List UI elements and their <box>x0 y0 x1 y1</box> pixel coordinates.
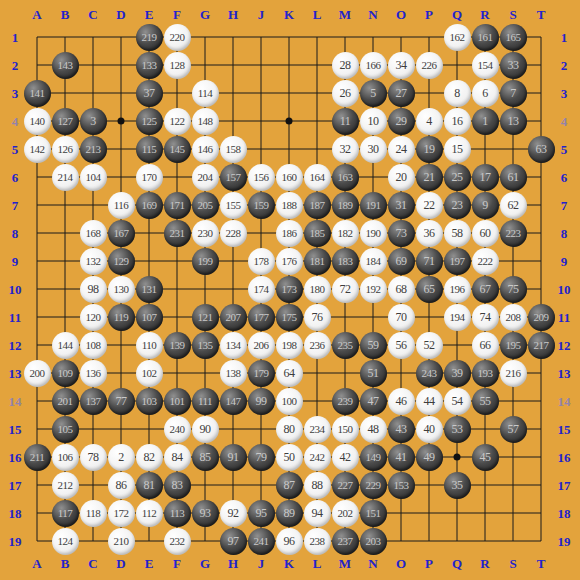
intersection-G3[interactable]: 114 <box>191 79 219 107</box>
intersection-T12[interactable]: 217 <box>527 331 555 359</box>
intersection-R15[interactable] <box>471 415 499 443</box>
intersection-E11[interactable]: 107 <box>135 303 163 331</box>
intersection-E18[interactable]: 112 <box>135 499 163 527</box>
intersection-G4[interactable]: 148 <box>191 107 219 135</box>
intersection-G9[interactable]: 199 <box>191 247 219 275</box>
intersection-N16[interactable]: 149 <box>359 443 387 471</box>
intersection-D18[interactable]: 172 <box>107 499 135 527</box>
intersection-Q3[interactable]: 8 <box>443 79 471 107</box>
intersection-R8[interactable]: 60 <box>471 219 499 247</box>
intersection-S19[interactable] <box>499 527 527 555</box>
intersection-A5[interactable]: 142 <box>23 135 51 163</box>
intersection-Q15[interactable]: 53 <box>443 415 471 443</box>
intersection-F5[interactable]: 145 <box>163 135 191 163</box>
intersection-S18[interactable] <box>499 499 527 527</box>
intersection-S10[interactable]: 75 <box>499 275 527 303</box>
intersection-G6[interactable]: 204 <box>191 163 219 191</box>
intersection-C7[interactable] <box>79 191 107 219</box>
intersection-P2[interactable]: 226 <box>415 51 443 79</box>
intersection-E3[interactable]: 37 <box>135 79 163 107</box>
intersection-H10[interactable] <box>219 275 247 303</box>
intersection-C18[interactable]: 118 <box>79 499 107 527</box>
intersection-T15[interactable] <box>527 415 555 443</box>
intersection-F15[interactable]: 240 <box>163 415 191 443</box>
intersection-L2[interactable] <box>303 51 331 79</box>
intersection-H12[interactable]: 134 <box>219 331 247 359</box>
intersection-R7[interactable]: 9 <box>471 191 499 219</box>
intersection-H13[interactable]: 138 <box>219 359 247 387</box>
intersection-K19[interactable]: 96 <box>275 527 303 555</box>
intersection-S7[interactable]: 62 <box>499 191 527 219</box>
intersection-E19[interactable] <box>135 527 163 555</box>
intersection-H7[interactable]: 155 <box>219 191 247 219</box>
intersection-A17[interactable] <box>23 471 51 499</box>
intersection-L5[interactable] <box>303 135 331 163</box>
intersection-Q9[interactable]: 197 <box>443 247 471 275</box>
intersection-M8[interactable]: 182 <box>331 219 359 247</box>
intersection-D16[interactable]: 2 <box>107 443 135 471</box>
intersection-H11[interactable]: 207 <box>219 303 247 331</box>
intersection-C3[interactable] <box>79 79 107 107</box>
intersection-A8[interactable] <box>23 219 51 247</box>
intersection-P11[interactable] <box>415 303 443 331</box>
intersection-E6[interactable]: 170 <box>135 163 163 191</box>
intersection-O10[interactable]: 68 <box>387 275 415 303</box>
intersection-C11[interactable]: 120 <box>79 303 107 331</box>
intersection-D5[interactable] <box>107 135 135 163</box>
intersection-T1[interactable] <box>527 23 555 51</box>
intersection-K12[interactable]: 198 <box>275 331 303 359</box>
intersection-P4[interactable]: 4 <box>415 107 443 135</box>
intersection-K2[interactable] <box>275 51 303 79</box>
intersection-B9[interactable] <box>51 247 79 275</box>
intersection-E4[interactable]: 125 <box>135 107 163 135</box>
intersection-D4[interactable] <box>107 107 135 135</box>
intersection-E9[interactable] <box>135 247 163 275</box>
intersection-O19[interactable] <box>387 527 415 555</box>
intersection-P7[interactable]: 22 <box>415 191 443 219</box>
intersection-C6[interactable]: 104 <box>79 163 107 191</box>
intersection-J1[interactable] <box>247 23 275 51</box>
intersection-R5[interactable] <box>471 135 499 163</box>
intersection-C12[interactable]: 108 <box>79 331 107 359</box>
intersection-K15[interactable]: 80 <box>275 415 303 443</box>
intersection-A2[interactable] <box>23 51 51 79</box>
intersection-B15[interactable]: 105 <box>51 415 79 443</box>
intersection-D19[interactable]: 210 <box>107 527 135 555</box>
intersection-P16[interactable]: 49 <box>415 443 443 471</box>
intersection-D17[interactable]: 86 <box>107 471 135 499</box>
intersection-M2[interactable]: 28 <box>331 51 359 79</box>
intersection-M19[interactable]: 237 <box>331 527 359 555</box>
intersection-S13[interactable]: 216 <box>499 359 527 387</box>
intersection-D6[interactable] <box>107 163 135 191</box>
intersection-E14[interactable]: 103 <box>135 387 163 415</box>
intersection-B3[interactable] <box>51 79 79 107</box>
intersection-O12[interactable]: 56 <box>387 331 415 359</box>
intersection-K13[interactable]: 64 <box>275 359 303 387</box>
intersection-N12[interactable]: 59 <box>359 331 387 359</box>
intersection-A18[interactable] <box>23 499 51 527</box>
intersection-H2[interactable] <box>219 51 247 79</box>
intersection-T17[interactable] <box>527 471 555 499</box>
intersection-F3[interactable] <box>163 79 191 107</box>
intersection-O18[interactable] <box>387 499 415 527</box>
intersection-C4[interactable]: 3 <box>79 107 107 135</box>
intersection-L8[interactable]: 185 <box>303 219 331 247</box>
intersection-B7[interactable] <box>51 191 79 219</box>
intersection-N8[interactable]: 190 <box>359 219 387 247</box>
intersection-M13[interactable] <box>331 359 359 387</box>
intersection-L9[interactable]: 181 <box>303 247 331 275</box>
intersection-H14[interactable]: 147 <box>219 387 247 415</box>
intersection-L6[interactable]: 164 <box>303 163 331 191</box>
intersection-B2[interactable]: 143 <box>51 51 79 79</box>
intersection-F19[interactable]: 232 <box>163 527 191 555</box>
intersection-O2[interactable]: 34 <box>387 51 415 79</box>
intersection-M7[interactable]: 189 <box>331 191 359 219</box>
intersection-B13[interactable]: 109 <box>51 359 79 387</box>
intersection-S17[interactable] <box>499 471 527 499</box>
intersection-T9[interactable] <box>527 247 555 275</box>
intersection-T4[interactable] <box>527 107 555 135</box>
intersection-J2[interactable] <box>247 51 275 79</box>
intersection-B1[interactable] <box>51 23 79 51</box>
intersection-F17[interactable]: 83 <box>163 471 191 499</box>
intersection-D10[interactable]: 130 <box>107 275 135 303</box>
intersection-D7[interactable]: 116 <box>107 191 135 219</box>
intersection-P6[interactable]: 21 <box>415 163 443 191</box>
intersection-O7[interactable]: 31 <box>387 191 415 219</box>
intersection-G19[interactable] <box>191 527 219 555</box>
intersection-O1[interactable] <box>387 23 415 51</box>
intersection-R10[interactable]: 67 <box>471 275 499 303</box>
intersection-P14[interactable]: 44 <box>415 387 443 415</box>
intersection-P19[interactable] <box>415 527 443 555</box>
intersection-L19[interactable]: 238 <box>303 527 331 555</box>
intersection-S16[interactable] <box>499 443 527 471</box>
intersection-L12[interactable]: 236 <box>303 331 331 359</box>
intersection-L13[interactable] <box>303 359 331 387</box>
intersection-J9[interactable]: 178 <box>247 247 275 275</box>
intersection-T13[interactable] <box>527 359 555 387</box>
intersection-E15[interactable] <box>135 415 163 443</box>
intersection-H5[interactable]: 158 <box>219 135 247 163</box>
intersection-R2[interactable]: 154 <box>471 51 499 79</box>
intersection-H1[interactable] <box>219 23 247 51</box>
intersection-K17[interactable]: 87 <box>275 471 303 499</box>
intersection-N14[interactable]: 47 <box>359 387 387 415</box>
intersection-A3[interactable]: 141 <box>23 79 51 107</box>
intersection-H8[interactable]: 228 <box>219 219 247 247</box>
intersection-K11[interactable]: 175 <box>275 303 303 331</box>
intersection-F6[interactable] <box>163 163 191 191</box>
intersection-O13[interactable] <box>387 359 415 387</box>
intersection-O4[interactable]: 29 <box>387 107 415 135</box>
intersection-H16[interactable]: 91 <box>219 443 247 471</box>
intersection-P17[interactable] <box>415 471 443 499</box>
intersection-B5[interactable]: 126 <box>51 135 79 163</box>
intersection-G12[interactable]: 135 <box>191 331 219 359</box>
intersection-O3[interactable]: 27 <box>387 79 415 107</box>
intersection-R1[interactable]: 161 <box>471 23 499 51</box>
intersection-M9[interactable]: 183 <box>331 247 359 275</box>
intersection-T14[interactable] <box>527 387 555 415</box>
intersection-P9[interactable]: 71 <box>415 247 443 275</box>
intersection-R3[interactable]: 6 <box>471 79 499 107</box>
intersection-P10[interactable]: 65 <box>415 275 443 303</box>
intersection-F7[interactable]: 171 <box>163 191 191 219</box>
intersection-L1[interactable] <box>303 23 331 51</box>
intersection-G17[interactable] <box>191 471 219 499</box>
intersection-Q18[interactable] <box>443 499 471 527</box>
intersection-S11[interactable]: 208 <box>499 303 527 331</box>
intersection-O9[interactable]: 69 <box>387 247 415 275</box>
intersection-P12[interactable]: 52 <box>415 331 443 359</box>
intersection-Q11[interactable]: 194 <box>443 303 471 331</box>
intersection-J6[interactable]: 156 <box>247 163 275 191</box>
intersection-Q16[interactable] <box>443 443 471 471</box>
intersection-K14[interactable]: 100 <box>275 387 303 415</box>
intersection-R19[interactable] <box>471 527 499 555</box>
intersection-C13[interactable]: 136 <box>79 359 107 387</box>
intersection-A6[interactable] <box>23 163 51 191</box>
intersection-N1[interactable] <box>359 23 387 51</box>
intersection-S1[interactable]: 165 <box>499 23 527 51</box>
intersection-E16[interactable]: 82 <box>135 443 163 471</box>
intersection-K8[interactable]: 186 <box>275 219 303 247</box>
intersection-D15[interactable] <box>107 415 135 443</box>
intersection-L16[interactable]: 242 <box>303 443 331 471</box>
intersection-K18[interactable]: 89 <box>275 499 303 527</box>
intersection-B17[interactable]: 212 <box>51 471 79 499</box>
intersection-J7[interactable]: 159 <box>247 191 275 219</box>
intersection-T3[interactable] <box>527 79 555 107</box>
intersection-Q2[interactable] <box>443 51 471 79</box>
intersection-K9[interactable]: 176 <box>275 247 303 275</box>
intersection-Q12[interactable] <box>443 331 471 359</box>
intersection-S3[interactable]: 7 <box>499 79 527 107</box>
intersection-N11[interactable] <box>359 303 387 331</box>
intersection-T2[interactable] <box>527 51 555 79</box>
intersection-D8[interactable]: 167 <box>107 219 135 247</box>
intersection-R14[interactable]: 55 <box>471 387 499 415</box>
intersection-T19[interactable] <box>527 527 555 555</box>
intersection-T18[interactable] <box>527 499 555 527</box>
intersection-B19[interactable]: 124 <box>51 527 79 555</box>
intersection-R6[interactable]: 17 <box>471 163 499 191</box>
intersection-S14[interactable] <box>499 387 527 415</box>
intersection-C16[interactable]: 78 <box>79 443 107 471</box>
intersection-N6[interactable] <box>359 163 387 191</box>
intersection-O16[interactable]: 41 <box>387 443 415 471</box>
intersection-S6[interactable]: 61 <box>499 163 527 191</box>
intersection-C2[interactable] <box>79 51 107 79</box>
intersection-K7[interactable]: 188 <box>275 191 303 219</box>
intersection-H17[interactable] <box>219 471 247 499</box>
intersection-J15[interactable] <box>247 415 275 443</box>
intersection-A13[interactable]: 200 <box>23 359 51 387</box>
intersection-F10[interactable] <box>163 275 191 303</box>
intersection-J10[interactable]: 174 <box>247 275 275 303</box>
intersection-C1[interactable] <box>79 23 107 51</box>
intersection-P5[interactable]: 19 <box>415 135 443 163</box>
intersection-K4[interactable] <box>275 107 303 135</box>
intersection-G14[interactable]: 111 <box>191 387 219 415</box>
intersection-T6[interactable] <box>527 163 555 191</box>
intersection-G1[interactable] <box>191 23 219 51</box>
intersection-B10[interactable] <box>51 275 79 303</box>
intersection-B11[interactable] <box>51 303 79 331</box>
intersection-R18[interactable] <box>471 499 499 527</box>
intersection-P1[interactable] <box>415 23 443 51</box>
intersection-M3[interactable]: 26 <box>331 79 359 107</box>
intersection-D9[interactable]: 129 <box>107 247 135 275</box>
intersection-D2[interactable] <box>107 51 135 79</box>
intersection-G18[interactable]: 93 <box>191 499 219 527</box>
intersection-M15[interactable]: 150 <box>331 415 359 443</box>
intersection-J12[interactable]: 206 <box>247 331 275 359</box>
intersection-F12[interactable]: 139 <box>163 331 191 359</box>
intersection-H3[interactable] <box>219 79 247 107</box>
intersection-G7[interactable]: 205 <box>191 191 219 219</box>
intersection-Q1[interactable]: 162 <box>443 23 471 51</box>
intersection-C8[interactable]: 168 <box>79 219 107 247</box>
intersection-N5[interactable]: 30 <box>359 135 387 163</box>
intersection-A4[interactable]: 140 <box>23 107 51 135</box>
intersection-G16[interactable]: 85 <box>191 443 219 471</box>
intersection-R4[interactable]: 1 <box>471 107 499 135</box>
intersection-T8[interactable] <box>527 219 555 247</box>
intersection-A7[interactable] <box>23 191 51 219</box>
intersection-Q6[interactable]: 25 <box>443 163 471 191</box>
intersection-D12[interactable] <box>107 331 135 359</box>
intersection-J11[interactable]: 177 <box>247 303 275 331</box>
intersection-P15[interactable]: 40 <box>415 415 443 443</box>
intersection-H15[interactable] <box>219 415 247 443</box>
intersection-P13[interactable]: 243 <box>415 359 443 387</box>
intersection-Q14[interactable]: 54 <box>443 387 471 415</box>
go-board[interactable]: 2192201621611651431331282816634226154331… <box>0 0 580 580</box>
intersection-Q17[interactable]: 35 <box>443 471 471 499</box>
intersection-T10[interactable] <box>527 275 555 303</box>
intersection-F14[interactable]: 101 <box>163 387 191 415</box>
intersection-L7[interactable]: 187 <box>303 191 331 219</box>
intersection-G8[interactable]: 230 <box>191 219 219 247</box>
intersection-M18[interactable]: 202 <box>331 499 359 527</box>
intersection-H6[interactable]: 157 <box>219 163 247 191</box>
intersection-A11[interactable] <box>23 303 51 331</box>
intersection-J5[interactable] <box>247 135 275 163</box>
intersection-T16[interactable] <box>527 443 555 471</box>
intersection-E5[interactable]: 115 <box>135 135 163 163</box>
intersection-D3[interactable] <box>107 79 135 107</box>
intersection-N7[interactable]: 191 <box>359 191 387 219</box>
intersection-L18[interactable]: 94 <box>303 499 331 527</box>
intersection-Q4[interactable]: 16 <box>443 107 471 135</box>
intersection-O8[interactable]: 73 <box>387 219 415 247</box>
intersection-A1[interactable] <box>23 23 51 51</box>
intersection-F4[interactable]: 122 <box>163 107 191 135</box>
intersection-G15[interactable]: 90 <box>191 415 219 443</box>
intersection-K1[interactable] <box>275 23 303 51</box>
intersection-A19[interactable] <box>23 527 51 555</box>
intersection-P8[interactable]: 36 <box>415 219 443 247</box>
intersection-H9[interactable] <box>219 247 247 275</box>
intersection-G11[interactable]: 121 <box>191 303 219 331</box>
intersection-J13[interactable]: 179 <box>247 359 275 387</box>
intersection-C9[interactable]: 132 <box>79 247 107 275</box>
intersection-K5[interactable] <box>275 135 303 163</box>
intersection-M4[interactable]: 11 <box>331 107 359 135</box>
intersection-R9[interactable]: 222 <box>471 247 499 275</box>
intersection-F16[interactable]: 84 <box>163 443 191 471</box>
intersection-C5[interactable]: 213 <box>79 135 107 163</box>
intersection-E10[interactable]: 131 <box>135 275 163 303</box>
intersection-P3[interactable] <box>415 79 443 107</box>
intersection-Q7[interactable]: 23 <box>443 191 471 219</box>
intersection-C14[interactable]: 137 <box>79 387 107 415</box>
intersection-L3[interactable] <box>303 79 331 107</box>
intersection-N2[interactable]: 166 <box>359 51 387 79</box>
intersection-A15[interactable] <box>23 415 51 443</box>
intersection-P18[interactable] <box>415 499 443 527</box>
intersection-M1[interactable] <box>331 23 359 51</box>
intersection-N18[interactable]: 151 <box>359 499 387 527</box>
intersection-K16[interactable]: 50 <box>275 443 303 471</box>
intersection-E1[interactable]: 219 <box>135 23 163 51</box>
intersection-L15[interactable]: 234 <box>303 415 331 443</box>
intersection-S12[interactable]: 195 <box>499 331 527 359</box>
intersection-C19[interactable] <box>79 527 107 555</box>
intersection-M14[interactable]: 239 <box>331 387 359 415</box>
intersection-A9[interactable] <box>23 247 51 275</box>
intersection-K6[interactable]: 160 <box>275 163 303 191</box>
intersection-M10[interactable]: 72 <box>331 275 359 303</box>
intersection-N19[interactable]: 203 <box>359 527 387 555</box>
intersection-B6[interactable]: 214 <box>51 163 79 191</box>
intersection-B18[interactable]: 117 <box>51 499 79 527</box>
intersection-O14[interactable]: 46 <box>387 387 415 415</box>
intersection-D13[interactable] <box>107 359 135 387</box>
intersection-L14[interactable] <box>303 387 331 415</box>
intersection-G13[interactable] <box>191 359 219 387</box>
intersection-R17[interactable] <box>471 471 499 499</box>
intersection-S8[interactable]: 223 <box>499 219 527 247</box>
intersection-M5[interactable]: 32 <box>331 135 359 163</box>
intersection-B8[interactable] <box>51 219 79 247</box>
intersection-F18[interactable]: 113 <box>163 499 191 527</box>
intersection-J8[interactable] <box>247 219 275 247</box>
intersection-N17[interactable]: 229 <box>359 471 387 499</box>
intersection-J18[interactable]: 95 <box>247 499 275 527</box>
intersection-N10[interactable]: 192 <box>359 275 387 303</box>
intersection-C10[interactable]: 98 <box>79 275 107 303</box>
intersection-M17[interactable]: 227 <box>331 471 359 499</box>
intersection-H4[interactable] <box>219 107 247 135</box>
intersection-G5[interactable]: 146 <box>191 135 219 163</box>
intersection-J4[interactable] <box>247 107 275 135</box>
intersection-N13[interactable]: 51 <box>359 359 387 387</box>
intersection-O17[interactable]: 153 <box>387 471 415 499</box>
intersection-K3[interactable] <box>275 79 303 107</box>
intersection-E7[interactable]: 169 <box>135 191 163 219</box>
intersection-L10[interactable]: 180 <box>303 275 331 303</box>
intersection-L11[interactable]: 76 <box>303 303 331 331</box>
intersection-F13[interactable] <box>163 359 191 387</box>
intersection-Q5[interactable]: 15 <box>443 135 471 163</box>
intersection-E13[interactable]: 102 <box>135 359 163 387</box>
